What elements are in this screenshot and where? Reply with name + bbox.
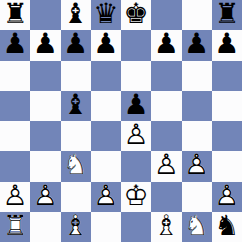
square-d5[interactable] [91, 91, 121, 121]
piece-glyph: ♟ [3, 30, 28, 58]
piece-black-pawn[interactable]: ♟ [212, 30, 242, 60]
piece-white-pawn[interactable]: ♟♙ [30, 182, 60, 212]
square-a1[interactable]: ♜♖ [0, 212, 30, 242]
square-h4[interactable] [212, 121, 242, 151]
piece-outline: ♙ [214, 182, 239, 210]
square-c2[interactable] [61, 182, 91, 212]
piece-glyph: ♟ [124, 91, 149, 119]
piece-outline: ♗ [63, 212, 88, 240]
square-a7[interactable]: ♟ [0, 30, 30, 60]
square-h2[interactable]: ♟♙ [212, 182, 242, 212]
piece-outline: ♔ [124, 182, 149, 210]
piece-black-rook[interactable]: ♜ [0, 0, 30, 30]
piece-white-king[interactable]: ♚♔ [121, 182, 151, 212]
square-g2[interactable] [182, 182, 212, 212]
piece-black-pawn[interactable]: ♟ [151, 30, 181, 60]
square-e7[interactable] [121, 30, 151, 60]
piece-black-bishop[interactable]: ♝ [61, 0, 91, 30]
piece-glyph: ♟ [214, 30, 239, 58]
piece-white-pawn[interactable]: ♟♙ [91, 182, 121, 212]
square-b5[interactable] [30, 91, 60, 121]
piece-glyph: ♚ [124, 0, 149, 28]
piece-black-pawn[interactable]: ♟ [30, 30, 60, 60]
square-d2[interactable]: ♟♙ [91, 182, 121, 212]
piece-white-knight[interactable]: ♞♘ [61, 151, 91, 181]
square-g1[interactable]: ♞♘ [182, 212, 212, 242]
square-c6[interactable] [61, 61, 91, 91]
square-f7[interactable]: ♟ [151, 30, 181, 60]
square-e2[interactable]: ♚♔ [121, 182, 151, 212]
piece-black-pawn[interactable]: ♟ [91, 30, 121, 60]
piece-white-bishop[interactable]: ♝♗ [61, 212, 91, 242]
piece-black-pawn[interactable]: ♟ [121, 91, 151, 121]
square-c7[interactable]: ♟ [61, 30, 91, 60]
piece-black-queen[interactable]: ♛ [91, 0, 121, 30]
square-a2[interactable]: ♟♙ [0, 182, 30, 212]
square-f3[interactable]: ♟♙ [151, 151, 181, 181]
square-d1[interactable] [91, 212, 121, 242]
square-d3[interactable] [91, 151, 121, 181]
square-a6[interactable] [0, 61, 30, 91]
piece-glyph: ♟ [33, 30, 58, 58]
square-f5[interactable] [151, 91, 181, 121]
square-c3[interactable]: ♞♘ [61, 151, 91, 181]
square-g5[interactable] [182, 91, 212, 121]
piece-black-rook[interactable]: ♜ [212, 0, 242, 30]
square-h8[interactable]: ♜ [212, 0, 242, 30]
square-b3[interactable] [30, 151, 60, 181]
square-g6[interactable] [182, 61, 212, 91]
piece-black-king[interactable]: ♚ [121, 0, 151, 30]
square-d4[interactable] [91, 121, 121, 151]
piece-black-bishop[interactable]: ♝ [61, 91, 91, 121]
piece-glyph: ♛ [93, 0, 118, 28]
piece-black-pawn[interactable]: ♟ [182, 30, 212, 60]
square-b1[interactable] [30, 212, 60, 242]
square-c1[interactable]: ♝♗ [61, 212, 91, 242]
piece-black-pawn[interactable]: ♟ [61, 30, 91, 60]
piece-glyph: ♟ [93, 30, 118, 58]
piece-outline: ♙ [33, 182, 58, 210]
square-f1[interactable]: ♝♗ [151, 212, 181, 242]
piece-outline: ♙ [184, 151, 209, 179]
piece-outline: ♙ [3, 182, 28, 210]
square-h7[interactable]: ♟ [212, 30, 242, 60]
piece-glyph: ♜ [3, 0, 28, 28]
square-d8[interactable]: ♛ [91, 0, 121, 30]
chess-board: ♜♝♛♚♜♟♟♟♟♟♟♟♝♟♟♙♞♘♟♙♟♙♟♙♟♙♟♙♚♔♟♙♜♖♝♗♝♗♞♘… [0, 0, 242, 242]
piece-glyph: ♝ [63, 0, 88, 28]
square-f4[interactable] [151, 121, 181, 151]
piece-outline: ♘ [184, 212, 209, 240]
piece-outline: ♙ [154, 151, 179, 179]
square-e1[interactable] [121, 212, 151, 242]
square-h6[interactable] [212, 61, 242, 91]
square-e8[interactable]: ♚ [121, 0, 151, 30]
square-f8[interactable] [151, 0, 181, 30]
piece-glyph: ♟ [154, 30, 179, 58]
square-b8[interactable] [30, 0, 60, 30]
square-c8[interactable]: ♝ [61, 0, 91, 30]
piece-black-pawn[interactable]: ♟ [0, 30, 30, 60]
square-e6[interactable] [121, 61, 151, 91]
piece-white-pawn[interactable]: ♟♙ [121, 121, 151, 151]
square-c5[interactable]: ♝ [61, 91, 91, 121]
square-f6[interactable] [151, 61, 181, 91]
piece-outline: ♖ [3, 212, 28, 240]
piece-white-pawn[interactable]: ♟♙ [212, 182, 242, 212]
square-g3[interactable]: ♟♙ [182, 151, 212, 181]
square-b6[interactable] [30, 61, 60, 91]
square-a4[interactable] [0, 121, 30, 151]
square-a8[interactable]: ♜ [0, 0, 30, 30]
square-b2[interactable]: ♟♙ [30, 182, 60, 212]
piece-black-knight[interactable]: ♞ [212, 212, 242, 242]
square-g8[interactable] [182, 0, 212, 30]
piece-white-pawn[interactable]: ♟♙ [182, 151, 212, 181]
square-e5[interactable]: ♟ [121, 91, 151, 121]
piece-outline: ♙ [93, 182, 118, 210]
piece-white-pawn[interactable]: ♟♙ [151, 151, 181, 181]
square-h3[interactable] [212, 151, 242, 181]
piece-glyph: ♟ [63, 30, 88, 58]
piece-outline: ♙ [124, 121, 149, 149]
piece-glyph: ♜ [214, 0, 239, 28]
square-f2[interactable] [151, 182, 181, 212]
square-b4[interactable] [30, 121, 60, 151]
piece-outline: ♗ [154, 212, 179, 240]
square-b7[interactable]: ♟ [30, 30, 60, 60]
square-c4[interactable] [61, 121, 91, 151]
square-e4[interactable]: ♟♙ [121, 121, 151, 151]
piece-white-bishop[interactable]: ♝♗ [151, 212, 181, 242]
piece-outline: ♘ [63, 151, 88, 179]
square-a5[interactable] [0, 91, 30, 121]
piece-glyph: ♝ [63, 91, 88, 119]
piece-white-rook[interactable]: ♜♖ [0, 212, 30, 242]
piece-glyph: ♟ [184, 30, 209, 58]
square-h1[interactable]: ♞ [212, 212, 242, 242]
piece-white-pawn[interactable]: ♟♙ [0, 182, 30, 212]
square-e3[interactable] [121, 151, 151, 181]
square-a3[interactable] [0, 151, 30, 181]
square-d6[interactable] [91, 61, 121, 91]
piece-glyph: ♞ [214, 212, 239, 240]
piece-white-knight[interactable]: ♞♘ [182, 212, 212, 242]
square-h5[interactable] [212, 91, 242, 121]
square-d7[interactable]: ♟ [91, 30, 121, 60]
square-g7[interactable]: ♟ [182, 30, 212, 60]
square-g4[interactable] [182, 121, 212, 151]
